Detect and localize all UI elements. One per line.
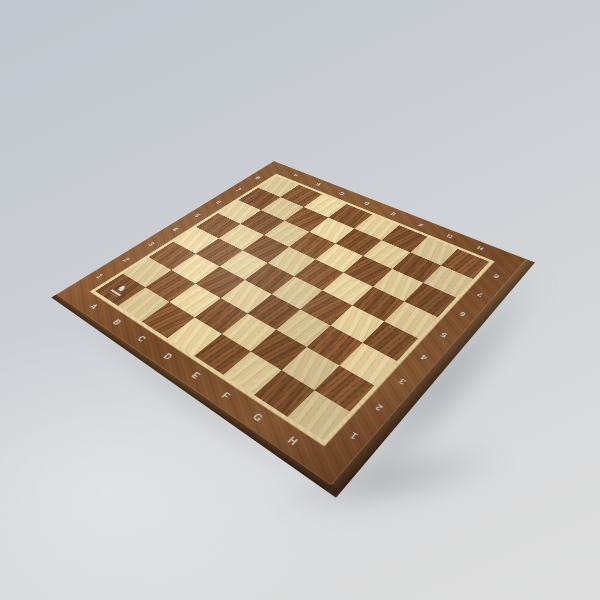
chess-board: ABCDEFGH ABCDEFGH 87654321 87654321 ♞	[57, 161, 526, 484]
board-bevel-corner	[325, 484, 341, 498]
board-grid	[95, 176, 489, 440]
maple-frame-line	[89, 173, 495, 446]
studio-backdrop: ABCDEFGH ABCDEFGH 87654321 87654321 ♞	[0, 0, 600, 600]
